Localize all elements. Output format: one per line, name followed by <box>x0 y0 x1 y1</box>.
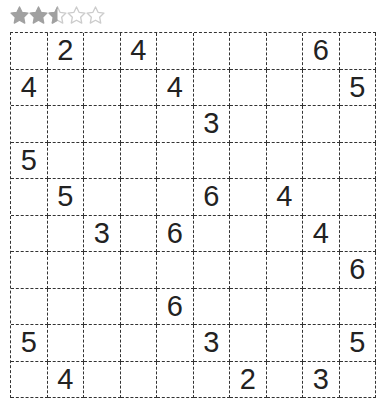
grid-cell-r8c5[interactable]: 6 <box>157 289 194 326</box>
grid-cell-r5c10[interactable] <box>340 179 377 216</box>
grid-cell-r2c8[interactable] <box>267 70 304 107</box>
grid-cell-r7c2[interactable] <box>48 252 85 289</box>
grid-cell-r2c2[interactable] <box>48 70 85 107</box>
grid-cell-r3c7[interactable] <box>230 106 267 143</box>
grid-cell-r2c9[interactable] <box>303 70 340 107</box>
grid-cell-r9c2[interactable] <box>48 325 85 362</box>
difficulty-rating <box>10 6 105 24</box>
grid-cell-r10c7[interactable]: 2 <box>230 362 267 399</box>
grid-cell-r3c6[interactable]: 3 <box>194 106 231 143</box>
grid-cell-r8c1[interactable] <box>11 289 48 326</box>
grid-cell-r5c2[interactable]: 5 <box>48 179 85 216</box>
grid-cell-r9c6[interactable]: 3 <box>194 325 231 362</box>
grid-cell-r2c3[interactable] <box>84 70 121 107</box>
grid-cell-r6c6[interactable] <box>194 216 231 253</box>
grid-cell-r8c3[interactable] <box>84 289 121 326</box>
grid-cell-r7c4[interactable] <box>121 252 158 289</box>
grid-cell-r4c6[interactable] <box>194 143 231 180</box>
grid-cell-r2c4[interactable] <box>121 70 158 107</box>
grid-cell-r7c7[interactable] <box>230 252 267 289</box>
star-empty-icon <box>86 6 105 24</box>
grid-cell-r10c8[interactable] <box>267 362 304 399</box>
grid-cell-r6c9[interactable]: 4 <box>303 216 340 253</box>
grid-cell-r7c10[interactable]: 6 <box>340 252 377 289</box>
grid-cell-r1c4[interactable]: 4 <box>121 33 158 70</box>
grid-cell-r3c4[interactable] <box>121 106 158 143</box>
grid-cell-r3c3[interactable] <box>84 106 121 143</box>
grid-cell-r2c7[interactable] <box>230 70 267 107</box>
grid-cell-r8c8[interactable] <box>267 289 304 326</box>
grid-cell-r9c5[interactable] <box>157 325 194 362</box>
grid-cell-r5c7[interactable] <box>230 179 267 216</box>
grid-cell-r3c9[interactable] <box>303 106 340 143</box>
star-full-icon <box>10 6 29 24</box>
grid-cell-r2c10[interactable]: 5 <box>340 70 377 107</box>
star-empty-icon <box>67 6 86 24</box>
grid-cell-r6c5[interactable]: 6 <box>157 216 194 253</box>
grid-cell-r8c6[interactable] <box>194 289 231 326</box>
grid-cell-r2c5[interactable]: 4 <box>157 70 194 107</box>
grid-cell-r1c8[interactable] <box>267 33 304 70</box>
grid-cell-r4c1[interactable]: 5 <box>11 143 48 180</box>
grid-cell-r7c3[interactable] <box>84 252 121 289</box>
grid-cell-r7c1[interactable] <box>11 252 48 289</box>
grid-cell-r1c7[interactable] <box>230 33 267 70</box>
grid-cell-r7c9[interactable] <box>303 252 340 289</box>
grid-cell-r3c5[interactable] <box>157 106 194 143</box>
grid-cell-r10c4[interactable] <box>121 362 158 399</box>
grid-cell-r9c4[interactable] <box>121 325 158 362</box>
grid-cell-r1c1[interactable] <box>11 33 48 70</box>
grid-cell-r5c6[interactable]: 6 <box>194 179 231 216</box>
grid-cell-r10c6[interactable] <box>194 362 231 399</box>
grid-cell-r1c3[interactable] <box>84 33 121 70</box>
grid-cell-r8c4[interactable] <box>121 289 158 326</box>
puzzle-grid: 2464453556436466535423 <box>10 32 376 398</box>
grid-cell-r3c8[interactable] <box>267 106 304 143</box>
grid-cell-r3c10[interactable] <box>340 106 377 143</box>
grid-cell-r6c8[interactable] <box>267 216 304 253</box>
grid-cell-r6c7[interactable] <box>230 216 267 253</box>
grid-cell-r3c2[interactable] <box>48 106 85 143</box>
grid-cell-r4c9[interactable] <box>303 143 340 180</box>
grid-cell-r5c9[interactable] <box>303 179 340 216</box>
grid-cell-r7c8[interactable] <box>267 252 304 289</box>
grid-cell-r4c7[interactable] <box>230 143 267 180</box>
grid-cell-r10c5[interactable] <box>157 362 194 399</box>
star-half-icon <box>48 6 67 24</box>
grid-cell-r7c5[interactable] <box>157 252 194 289</box>
grid-cell-r5c1[interactable] <box>11 179 48 216</box>
grid-cell-r4c10[interactable] <box>340 143 377 180</box>
grid-cell-r10c1[interactable] <box>11 362 48 399</box>
grid-cell-r9c9[interactable] <box>303 325 340 362</box>
grid-cell-r1c9[interactable]: 6 <box>303 33 340 70</box>
grid-cell-r9c7[interactable] <box>230 325 267 362</box>
star-full-icon <box>29 6 48 24</box>
grid-cell-r4c2[interactable] <box>48 143 85 180</box>
grid-cell-r9c3[interactable] <box>84 325 121 362</box>
grid-cell-r5c3[interactable] <box>84 179 121 216</box>
grid-cell-r6c2[interactable] <box>48 216 85 253</box>
grid-cell-r1c2[interactable]: 2 <box>48 33 85 70</box>
grid-cell-r4c5[interactable] <box>157 143 194 180</box>
grid-cell-r6c1[interactable] <box>11 216 48 253</box>
grid-cell-r9c8[interactable] <box>267 325 304 362</box>
grid-cell-r1c10[interactable] <box>340 33 377 70</box>
grid-cell-r4c8[interactable] <box>267 143 304 180</box>
grid-cell-r9c1[interactable]: 5 <box>11 325 48 362</box>
grid-cell-r8c9[interactable] <box>303 289 340 326</box>
grid-cell-r10c2[interactable]: 4 <box>48 362 85 399</box>
grid-cell-r5c4[interactable] <box>121 179 158 216</box>
grid-cell-r5c5[interactable] <box>157 179 194 216</box>
grid-cell-r3c1[interactable] <box>11 106 48 143</box>
grid-cell-r1c6[interactable] <box>194 33 231 70</box>
grid-cell-r7c6[interactable] <box>194 252 231 289</box>
grid-cell-r8c7[interactable] <box>230 289 267 326</box>
grid-cell-r8c2[interactable] <box>48 289 85 326</box>
grid-cell-r2c6[interactable] <box>194 70 231 107</box>
grid-cell-r9c10[interactable]: 5 <box>340 325 377 362</box>
grid-cell-r6c3[interactable]: 3 <box>84 216 121 253</box>
grid-cell-r5c8[interactable]: 4 <box>267 179 304 216</box>
grid-cell-r10c3[interactable] <box>84 362 121 399</box>
grid-cell-r10c10[interactable] <box>340 362 377 399</box>
grid-cell-r6c10[interactable] <box>340 216 377 253</box>
grid-cell-r6c4[interactable] <box>121 216 158 253</box>
grid-cell-r4c4[interactable] <box>121 143 158 180</box>
grid-cell-r2c1[interactable]: 4 <box>11 70 48 107</box>
grid-cell-r8c10[interactable] <box>340 289 377 326</box>
grid-cell-r4c3[interactable] <box>84 143 121 180</box>
grid-cell-r1c5[interactable] <box>157 33 194 70</box>
grid-cell-r10c9[interactable]: 3 <box>303 362 340 399</box>
